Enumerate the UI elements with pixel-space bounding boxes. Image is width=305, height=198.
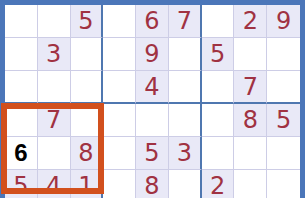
cell-r2c2[interactable]: 3 <box>38 38 71 71</box>
cell-r4c1[interactable] <box>5 104 38 137</box>
cell-r3c2[interactable] <box>38 71 71 104</box>
cell-r4c6[interactable] <box>169 104 202 137</box>
cell-r3c9[interactable] <box>267 71 300 104</box>
cell-r4c8[interactable]: 8 <box>234 104 267 137</box>
sudoku-app: 5672939547785685354182 <box>0 0 305 198</box>
given-digit: 4 <box>144 75 159 99</box>
cell-r2c3[interactable] <box>71 38 104 71</box>
cell-r2c1[interactable] <box>5 38 38 71</box>
cell-r6c8[interactable] <box>234 170 267 198</box>
given-digit: 1 <box>78 174 93 198</box>
cell-r1c6[interactable]: 7 <box>169 5 202 38</box>
cell-r1c2[interactable] <box>38 5 71 38</box>
given-digit: 5 <box>144 141 159 165</box>
cell-r3c1[interactable] <box>5 71 38 104</box>
cell-r4c5[interactable] <box>136 104 169 137</box>
cell-r6c5[interactable]: 8 <box>136 170 169 198</box>
cell-r1c4[interactable] <box>103 5 136 38</box>
given-digit: 6 <box>144 9 159 33</box>
given-digit: 5 <box>276 108 291 132</box>
cell-r5c7[interactable] <box>202 137 235 170</box>
given-digit: 9 <box>144 42 159 66</box>
cell-r4c4[interactable] <box>103 104 136 137</box>
cell-r6c2[interactable]: 4 <box>38 170 71 198</box>
given-digit: 4 <box>46 174 61 198</box>
cell-r1c3[interactable]: 5 <box>71 5 104 38</box>
cell-r2c5[interactable]: 9 <box>136 38 169 71</box>
cell-r6c4[interactable] <box>103 170 136 198</box>
given-digit: 8 <box>243 108 258 132</box>
cell-r4c3[interactable] <box>71 104 104 137</box>
cell-r1c9[interactable]: 9 <box>267 5 300 38</box>
cell-r6c3[interactable]: 1 <box>71 170 104 198</box>
cell-r5c5[interactable]: 5 <box>136 137 169 170</box>
given-digit: 7 <box>177 9 192 33</box>
sudoku-grid: 5672939547785685354182 <box>5 5 300 198</box>
cell-r2c4[interactable] <box>103 38 136 71</box>
given-digit: 7 <box>243 75 258 99</box>
given-digit: 5 <box>78 9 93 33</box>
given-digit: 5 <box>210 42 225 66</box>
cell-r2c7[interactable]: 5 <box>202 38 235 71</box>
cell-r1c7[interactable] <box>202 5 235 38</box>
cell-r3c7[interactable] <box>202 71 235 104</box>
given-digit: 3 <box>177 141 192 165</box>
cell-r5c4[interactable] <box>103 137 136 170</box>
cell-r2c6[interactable] <box>169 38 202 71</box>
given-digit: 5 <box>13 174 28 198</box>
given-digit: 8 <box>78 141 93 165</box>
given-digit: 2 <box>243 9 258 33</box>
cell-r5c3[interactable]: 8 <box>71 137 104 170</box>
cell-r6c7[interactable]: 2 <box>202 170 235 198</box>
cell-r5c1[interactable]: 6 <box>5 137 38 170</box>
cell-r3c4[interactable] <box>103 71 136 104</box>
cell-r3c6[interactable] <box>169 71 202 104</box>
cell-r5c6[interactable]: 3 <box>169 137 202 170</box>
cell-r4c2[interactable]: 7 <box>38 104 71 137</box>
cell-r2c8[interactable] <box>234 38 267 71</box>
cell-r6c9[interactable] <box>267 170 300 198</box>
cell-r6c6[interactable] <box>169 170 202 198</box>
cell-r5c8[interactable] <box>234 137 267 170</box>
cell-r3c5[interactable]: 4 <box>136 71 169 104</box>
given-digit: 3 <box>46 42 61 66</box>
cell-r4c7[interactable] <box>202 104 235 137</box>
given-digit: 8 <box>144 174 159 198</box>
cell-r1c5[interactable]: 6 <box>136 5 169 38</box>
cell-r5c9[interactable] <box>267 137 300 170</box>
given-digit: 9 <box>276 9 291 33</box>
cell-r5c2[interactable] <box>38 137 71 170</box>
cell-r2c9[interactable] <box>267 38 300 71</box>
given-digit: 7 <box>46 108 61 132</box>
cell-r6c1[interactable]: 5 <box>5 170 38 198</box>
cell-r3c3[interactable] <box>71 71 104 104</box>
given-digit: 2 <box>210 174 225 198</box>
cell-r1c1[interactable] <box>5 5 38 38</box>
cell-r4c9[interactable]: 5 <box>267 104 300 137</box>
cell-r3c8[interactable]: 7 <box>234 71 267 104</box>
user-digit: 6 <box>14 141 27 165</box>
cell-r1c8[interactable]: 2 <box>234 5 267 38</box>
